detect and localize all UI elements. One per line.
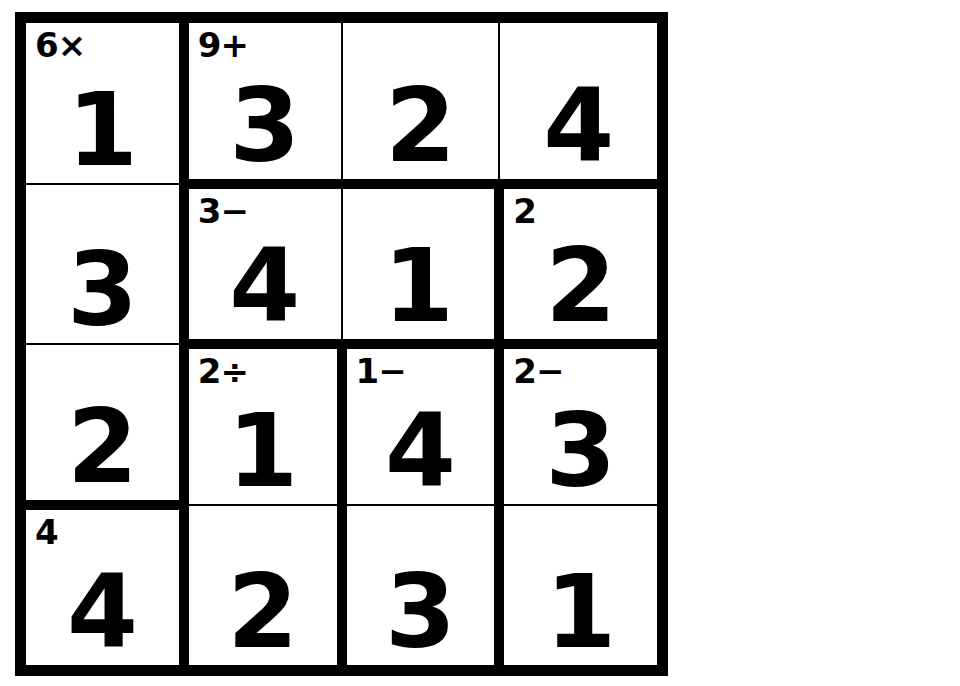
- cell-r4c2[interactable]: 2: [184, 505, 342, 666]
- cell-r3c3[interactable]: 1−4: [342, 344, 500, 505]
- cell-value: 4: [26, 561, 179, 663]
- cell-r1c1[interactable]: 6×1: [26, 23, 184, 184]
- cell-r4c3[interactable]: 3: [342, 505, 500, 666]
- cell-value: 2: [189, 561, 337, 663]
- kenken-board: 6×19+32433−412222÷11−42−344231: [15, 12, 668, 676]
- cage-clue: 6×: [35, 28, 85, 62]
- cell-value: 3: [26, 239, 179, 341]
- cage-clue: 9+: [198, 28, 248, 62]
- cell-value: 1: [26, 79, 179, 181]
- cell-r1c4[interactable]: 4: [499, 23, 657, 184]
- cage-clue: 2: [513, 194, 536, 228]
- cell-value: 3: [189, 75, 341, 177]
- cage-clue: 2−: [513, 354, 563, 388]
- cell-value: 2: [504, 235, 657, 337]
- cell-r3c1[interactable]: 2: [26, 344, 184, 505]
- cell-value: 1: [343, 235, 495, 337]
- cell-value: 1: [189, 400, 337, 502]
- cage-clue: 4: [35, 515, 58, 549]
- cell-r2c1[interactable]: 3: [26, 184, 184, 345]
- cell-value: 2: [343, 75, 499, 177]
- cell-value: 4: [347, 400, 495, 502]
- cell-r3c2[interactable]: 2÷1: [184, 344, 342, 505]
- cell-r2c2[interactable]: 3−4: [184, 184, 342, 345]
- cell-r3c4[interactable]: 2−3: [499, 344, 657, 505]
- cell-value: 4: [189, 235, 341, 337]
- cell-r4c4[interactable]: 1: [499, 505, 657, 666]
- cell-r4c1[interactable]: 44: [26, 505, 184, 666]
- cell-r1c2[interactable]: 9+3: [184, 23, 342, 184]
- cage-clue: 2÷: [198, 354, 248, 388]
- cell-r1c3[interactable]: 2: [342, 23, 500, 184]
- cage-clue: 1−: [356, 354, 406, 388]
- cell-value: 3: [347, 561, 495, 663]
- cell-value: 2: [26, 396, 179, 498]
- cell-value: 1: [504, 561, 657, 663]
- cage-clue: 3−: [198, 194, 248, 228]
- cell-r2c4[interactable]: 22: [499, 184, 657, 345]
- cell-value: 4: [500, 75, 657, 177]
- cell-r2c3[interactable]: 1: [342, 184, 500, 345]
- cell-value: 3: [504, 400, 657, 502]
- page: 6×19+32433−412222÷11−42−344231: [0, 0, 960, 686]
